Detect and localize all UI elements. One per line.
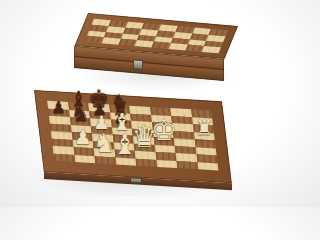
lid-square: [202, 46, 221, 53]
square-e1[interactable]: [136, 158, 157, 167]
piece-light-bishop-d2[interactable]: ♝: [113, 131, 137, 158]
square-a1[interactable]: [54, 153, 75, 162]
product-photo-stage: ♝♚♞♟♟♜♞♟♟♝♜♟♚♟♛♞♝: [0, 0, 256, 207]
square-a5[interactable]: [50, 123, 71, 132]
square-f1[interactable]: [156, 159, 177, 168]
square-g1[interactable]: [177, 161, 198, 170]
piece-light-rook-h5[interactable]: ♜: [195, 119, 213, 139]
square-h1[interactable]: [197, 162, 218, 171]
box-seam-line: [74, 56, 224, 70]
board-clasp-icon[interactable]: [130, 177, 142, 184]
piece-dark-knight-b6[interactable]: ♞: [71, 103, 90, 124]
box-clasp-icon[interactable]: [133, 59, 143, 70]
piece-light-pawn-b3[interactable]: ♟: [74, 126, 92, 146]
piece-dark-pawn-a7[interactable]: ♟: [51, 98, 66, 115]
